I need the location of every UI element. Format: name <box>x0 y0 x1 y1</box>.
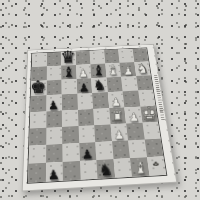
square-g6: ♝ <box>61 65 76 80</box>
square-f7 <box>46 80 61 96</box>
square-h3 <box>104 49 120 63</box>
square-a3 <box>113 158 132 178</box>
square-c8 <box>29 127 46 145</box>
square-g4: ♝ <box>90 64 106 79</box>
square-b7 <box>46 144 63 163</box>
square-f5: ♟ <box>76 78 92 94</box>
square-g3: ♝ <box>105 63 121 78</box>
square-h5 <box>75 51 90 65</box>
piece-white-pawn: ♟ <box>123 65 134 76</box>
piece-black-bishop: ♝ <box>62 66 75 80</box>
piece-black-pawn: ♟ <box>82 148 94 161</box>
square-a2: ♝ <box>130 157 149 177</box>
piece-black-king: ♚ <box>30 78 47 96</box>
square-d5 <box>77 109 94 126</box>
square-h4 <box>89 50 104 64</box>
square-d1: ♚ <box>140 105 158 122</box>
square-a1: ❖ <box>147 156 167 176</box>
piece-white-bishop: ♝ <box>107 64 120 78</box>
square-c3: ♟ <box>110 123 128 141</box>
square-f6 <box>61 79 77 95</box>
square-d4 <box>93 108 110 125</box>
board-border: ♛♝♟♝♝♟♞♚♟♞♟♟♜♟♚♟♟♟♞♝❖ <box>22 44 178 191</box>
square-a4: ♞ <box>96 159 114 179</box>
piece-white-pawn: ♟ <box>111 96 122 108</box>
square-b6 <box>62 143 79 162</box>
square-f8: ♚ <box>31 81 47 97</box>
piece-white-bishop: ♝ <box>133 160 148 177</box>
square-g7 <box>46 66 61 81</box>
corner-emblem-icon: ❖ <box>152 161 161 170</box>
square-c2 <box>126 122 144 140</box>
square-e5 <box>77 93 93 109</box>
square-b4 <box>95 141 113 160</box>
piece-black-pawn: ♟ <box>48 99 59 111</box>
square-b1 <box>144 138 163 157</box>
square-f4: ♞ <box>91 78 107 94</box>
square-f3 <box>106 77 122 92</box>
piece-white-pawn: ♟ <box>128 111 139 123</box>
square-d7 <box>46 110 62 127</box>
piece-white-rook: ♜ <box>111 110 124 124</box>
piece-black-knight: ♞ <box>98 162 113 179</box>
square-f2 <box>121 76 138 91</box>
piece-black-pawn: ♟ <box>79 82 90 94</box>
square-b8 <box>29 145 46 164</box>
square-a8 <box>28 163 46 183</box>
square-b5: ♟ <box>79 142 97 161</box>
square-c5 <box>78 125 95 143</box>
piece-white-pawn: ♟ <box>78 68 89 79</box>
square-g8 <box>31 66 46 81</box>
square-g1: ♞ <box>134 62 151 77</box>
square-g5: ♟ <box>76 64 91 79</box>
square-e7: ♟ <box>46 95 62 111</box>
square-h1 <box>132 48 148 62</box>
square-e1 <box>138 90 156 106</box>
square-h6: ♛ <box>61 51 76 65</box>
photo-scene: ♛♝♟♝♝♟♞♚♟♞♟♟♜♟♚♟♟♟♞♝❖ <box>0 0 200 200</box>
piece-black-knight: ♞ <box>93 79 106 93</box>
square-d6 <box>62 109 78 126</box>
square-e8 <box>30 95 46 111</box>
piece-white-knight: ♞ <box>136 62 149 76</box>
square-h7 <box>46 52 61 66</box>
square-d3: ♜ <box>109 107 126 124</box>
square-c1 <box>142 122 161 140</box>
piece-black-bishop: ♝ <box>92 64 105 78</box>
piece-white-king: ♚ <box>141 103 158 122</box>
square-a7: ♟ <box>45 162 62 182</box>
square-a5 <box>79 160 97 180</box>
square-e3: ♟ <box>107 92 124 108</box>
piece-white-pawn: ♟ <box>114 128 126 141</box>
board-grid: ♛♝♟♝♝♟♞♚♟♞♟♟♜♟♚♟♟♟♞♝❖ <box>27 47 167 183</box>
square-a6 <box>63 161 81 181</box>
square-d8 <box>30 111 46 128</box>
chess-board: ♛♝♟♝♝♟♞♚♟♞♟♟♜♟♚♟♟♟♞♝❖ <box>22 44 178 191</box>
square-c6 <box>62 126 79 144</box>
square-c7 <box>46 127 63 145</box>
piece-black-pawn: ♟ <box>48 168 60 182</box>
square-b3 <box>112 140 130 159</box>
square-c4 <box>94 124 111 142</box>
square-e6 <box>62 94 78 110</box>
piece-black-queen: ♛ <box>60 48 76 65</box>
square-e4 <box>92 92 109 108</box>
square-h8 <box>32 53 47 67</box>
square-f1 <box>136 75 153 90</box>
